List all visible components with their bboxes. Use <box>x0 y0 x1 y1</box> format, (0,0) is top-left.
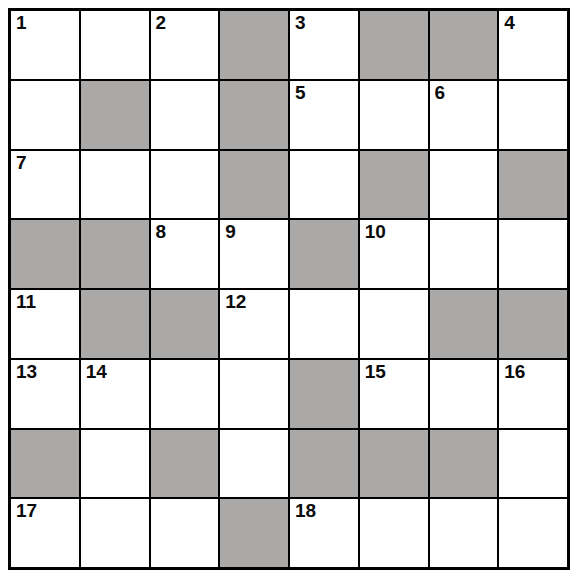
blocked-cell <box>360 430 428 498</box>
clue-number: 9 <box>225 221 236 243</box>
white-cell[interactable] <box>430 360 498 428</box>
white-cell[interactable] <box>360 81 428 149</box>
white-cell[interactable] <box>81 499 149 567</box>
white-cell[interactable] <box>220 430 288 498</box>
white-cell[interactable] <box>430 499 498 567</box>
blocked-cell <box>430 290 498 358</box>
clue-number: 17 <box>16 500 37 522</box>
blocked-cell <box>499 151 567 219</box>
clue-number: 4 <box>504 12 515 34</box>
clue-number: 10 <box>365 221 386 243</box>
white-cell[interactable] <box>151 360 219 428</box>
white-cell[interactable] <box>11 81 79 149</box>
white-cell[interactable]: 7 <box>11 151 79 219</box>
white-cell[interactable]: 12 <box>220 290 288 358</box>
white-cell[interactable]: 1 <box>11 11 79 79</box>
white-cell[interactable] <box>81 11 149 79</box>
white-cell[interactable] <box>499 430 567 498</box>
white-cell[interactable] <box>151 151 219 219</box>
clue-number: 8 <box>156 221 167 243</box>
white-cell[interactable] <box>81 151 149 219</box>
white-cell[interactable]: 5 <box>290 81 358 149</box>
white-cell[interactable]: 18 <box>290 499 358 567</box>
clue-number: 13 <box>16 361 37 383</box>
white-cell[interactable] <box>290 290 358 358</box>
white-cell[interactable]: 10 <box>360 220 428 288</box>
blocked-cell <box>220 499 288 567</box>
white-cell[interactable]: 6 <box>430 81 498 149</box>
clue-number: 7 <box>16 152 27 174</box>
white-cell[interactable]: 9 <box>220 220 288 288</box>
blocked-cell <box>290 430 358 498</box>
white-cell[interactable]: 15 <box>360 360 428 428</box>
blocked-cell <box>430 430 498 498</box>
blocked-cell <box>220 11 288 79</box>
clue-number: 1 <box>16 12 27 34</box>
white-cell[interactable]: 3 <box>290 11 358 79</box>
blocked-cell <box>290 360 358 428</box>
blocked-cell <box>81 220 149 288</box>
clue-number: 5 <box>295 82 306 104</box>
white-cell[interactable] <box>360 290 428 358</box>
clue-number: 12 <box>225 291 246 313</box>
blocked-cell <box>151 430 219 498</box>
blocked-cell <box>220 151 288 219</box>
white-cell[interactable] <box>81 430 149 498</box>
white-cell[interactable]: 11 <box>11 290 79 358</box>
blocked-cell <box>81 290 149 358</box>
white-cell[interactable]: 14 <box>81 360 149 428</box>
white-cell[interactable] <box>151 81 219 149</box>
white-cell[interactable] <box>499 81 567 149</box>
white-cell[interactable] <box>499 499 567 567</box>
crossword-grid: 123456789101112131415161718 <box>8 8 570 570</box>
blocked-cell <box>151 290 219 358</box>
white-cell[interactable] <box>360 499 428 567</box>
blocked-cell <box>360 11 428 79</box>
clue-number: 3 <box>295 12 306 34</box>
clue-number: 15 <box>365 361 386 383</box>
clue-number: 11 <box>16 291 36 313</box>
blocked-cell <box>499 290 567 358</box>
clue-number: 6 <box>435 82 446 104</box>
white-cell[interactable] <box>499 220 567 288</box>
crossword-page: 123456789101112131415161718 <box>0 0 576 578</box>
blocked-cell <box>11 430 79 498</box>
blocked-cell <box>360 151 428 219</box>
blocked-cell <box>11 220 79 288</box>
blocked-cell <box>290 220 358 288</box>
blocked-cell <box>220 81 288 149</box>
blocked-cell <box>430 11 498 79</box>
white-cell[interactable] <box>220 360 288 428</box>
white-cell[interactable] <box>290 151 358 219</box>
white-cell[interactable]: 2 <box>151 11 219 79</box>
clue-number: 16 <box>504 361 525 383</box>
white-cell[interactable]: 4 <box>499 11 567 79</box>
white-cell[interactable]: 13 <box>11 360 79 428</box>
blocked-cell <box>81 81 149 149</box>
white-cell[interactable]: 17 <box>11 499 79 567</box>
white-cell[interactable] <box>430 220 498 288</box>
white-cell[interactable]: 8 <box>151 220 219 288</box>
white-cell[interactable] <box>430 151 498 219</box>
white-cell[interactable] <box>151 499 219 567</box>
clue-number: 2 <box>156 12 167 34</box>
white-cell[interactable]: 16 <box>499 360 567 428</box>
clue-number: 18 <box>295 500 316 522</box>
clue-number: 14 <box>86 361 107 383</box>
